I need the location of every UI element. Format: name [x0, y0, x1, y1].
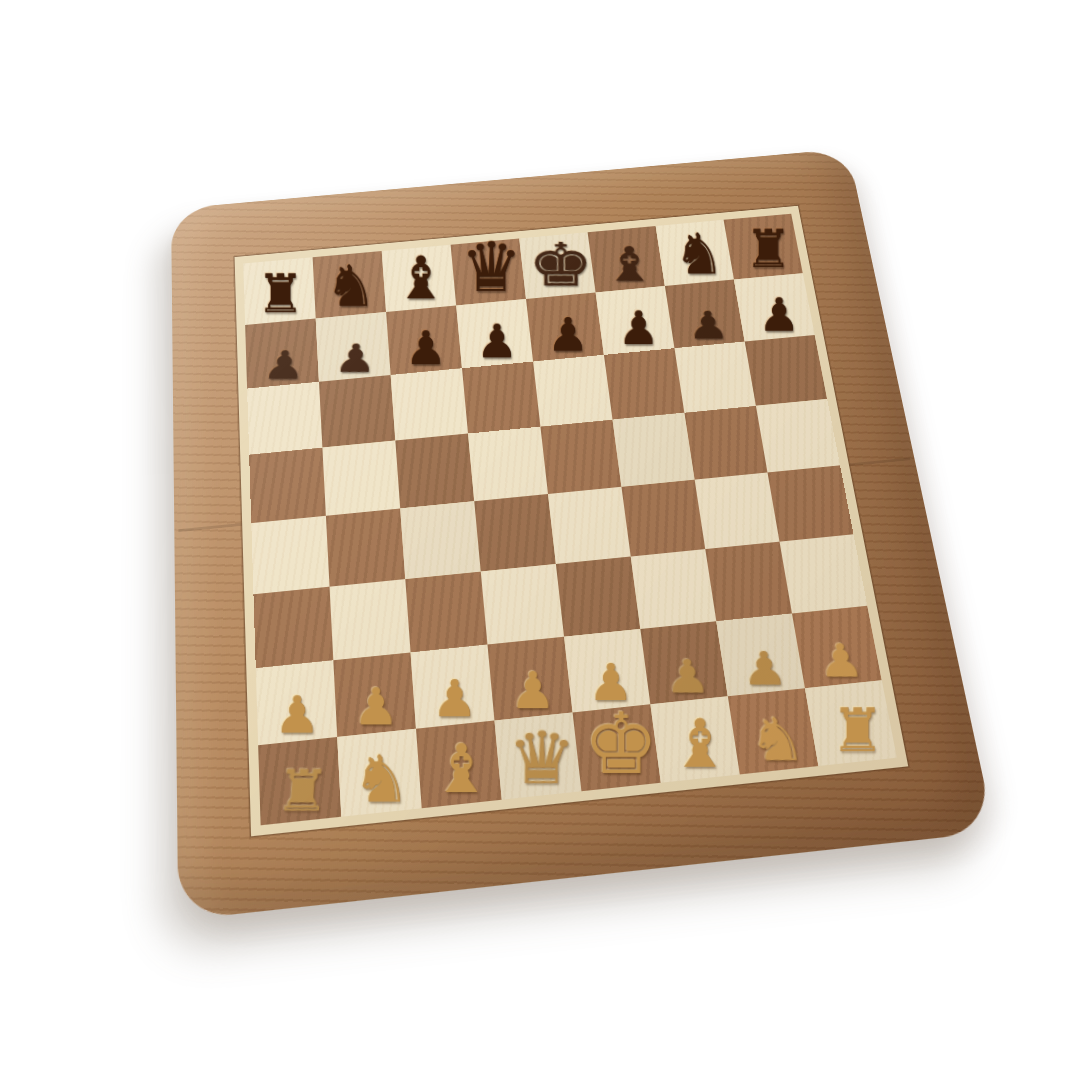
square-c8[interactable]: ♝ — [382, 245, 456, 312]
square-d8[interactable]: ♛ — [451, 238, 526, 305]
square-d1[interactable]: ♛ — [494, 712, 581, 799]
piece-black-king[interactable]: ♚ — [528, 235, 594, 295]
piece-black-pawn[interactable]: ♟ — [759, 291, 800, 337]
square-f6[interactable] — [604, 348, 684, 419]
square-d2[interactable]: ♟ — [487, 637, 572, 721]
square-h1[interactable]: ♜ — [805, 680, 897, 766]
square-a5[interactable] — [249, 448, 326, 524]
square-e8[interactable]: ♚ — [519, 232, 595, 299]
square-c1[interactable]: ♝ — [416, 721, 502, 809]
square-d4[interactable] — [474, 494, 556, 572]
square-f2[interactable]: ♟ — [640, 621, 727, 704]
piece-white-pawn[interactable]: ♟ — [817, 638, 866, 684]
square-b8[interactable]: ♞ — [313, 251, 386, 318]
square-h7[interactable]: ♟ — [734, 273, 815, 341]
piece-black-pawn[interactable]: ♟ — [618, 305, 659, 351]
piece-black-queen[interactable]: ♛ — [460, 233, 521, 301]
square-g3[interactable] — [705, 542, 792, 622]
square-e5[interactable] — [540, 420, 621, 494]
board-grid: ♜♞♝♛♚♝♞♜♟♟♟♟♟♟♟♟♟♟♟♟♟♟♟♟♜♞♝♛♚♝♞♜ — [243, 214, 897, 826]
piece-black-knight[interactable]: ♞ — [325, 257, 376, 314]
piece-white-knight[interactable]: ♞ — [747, 710, 808, 770]
square-g5[interactable] — [684, 406, 767, 480]
square-c4[interactable] — [400, 501, 481, 579]
square-d7[interactable]: ♟ — [456, 299, 533, 368]
square-g2[interactable]: ♟ — [716, 614, 805, 697]
square-e7[interactable]: ♟ — [526, 292, 604, 361]
square-e4[interactable] — [548, 487, 631, 564]
piece-white-rook[interactable]: ♜ — [831, 701, 885, 761]
square-g7[interactable]: ♟ — [665, 280, 745, 349]
piece-white-knight[interactable]: ♞ — [352, 746, 410, 811]
photo-background: ♜♞♝♛♚♝♞♜♟♟♟♟♟♟♟♟♟♟♟♟♟♟♟♟♜♞♝♛♚♝♞♜ — [0, 0, 1080, 1080]
square-h8[interactable]: ♜ — [724, 214, 803, 280]
piece-white-bishop[interactable]: ♝ — [432, 736, 492, 803]
board-border-strip: ♜♞♝♛♚♝♞♜♟♟♟♟♟♟♟♟♟♟♟♟♟♟♟♟♜♞♝♛♚♝♞♜ — [235, 206, 909, 837]
piece-black-bishop[interactable]: ♝ — [395, 249, 448, 308]
square-b3[interactable] — [330, 579, 411, 660]
square-h2[interactable]: ♟ — [792, 606, 882, 688]
square-h6[interactable] — [745, 335, 827, 406]
piece-white-pawn[interactable]: ♟ — [275, 689, 321, 740]
square-a8[interactable]: ♜ — [243, 257, 316, 325]
piece-white-bishop[interactable]: ♝ — [670, 711, 730, 778]
square-h5[interactable] — [756, 399, 840, 473]
piece-white-pawn[interactable]: ♟ — [665, 653, 712, 699]
square-e6[interactable] — [533, 355, 612, 427]
square-h3[interactable] — [780, 534, 868, 613]
square-f8[interactable]: ♝ — [588, 226, 665, 292]
square-e3[interactable] — [556, 557, 640, 637]
square-e1[interactable]: ♚ — [573, 704, 661, 791]
piece-white-pawn[interactable]: ♟ — [354, 681, 400, 732]
square-a4[interactable] — [251, 516, 329, 594]
square-g8[interactable]: ♞ — [656, 220, 734, 286]
piece-black-bishop[interactable]: ♝ — [603, 241, 656, 288]
square-f7[interactable]: ♟ — [596, 286, 675, 355]
square-a1[interactable]: ♜ — [258, 737, 341, 825]
square-c7[interactable]: ♟ — [386, 305, 462, 375]
piece-white-queen[interactable]: ♛ — [507, 722, 577, 794]
piece-black-rook[interactable]: ♜ — [257, 268, 305, 321]
piece-white-rook[interactable]: ♜ — [274, 763, 332, 820]
square-a6[interactable] — [247, 382, 322, 455]
piece-black-pawn[interactable]: ♟ — [262, 345, 306, 384]
piece-black-pawn[interactable]: ♟ — [548, 311, 589, 357]
square-c6[interactable] — [391, 368, 468, 440]
piece-black-pawn[interactable]: ♟ — [334, 339, 378, 378]
square-d6[interactable] — [462, 362, 540, 434]
square-g1[interactable]: ♞ — [728, 688, 819, 774]
piece-black-pawn[interactable]: ♟ — [477, 318, 518, 364]
square-b5[interactable] — [322, 441, 400, 516]
square-d5[interactable] — [468, 427, 548, 502]
square-g6[interactable] — [674, 342, 755, 413]
square-c5[interactable] — [395, 434, 474, 509]
chess-board: ♜♞♝♛♚♝♞♜♟♟♟♟♟♟♟♟♟♟♟♟♟♟♟♟♜♞♝♛♚♝♞♜ — [171, 148, 995, 920]
square-b7[interactable]: ♟ — [316, 312, 391, 382]
square-b1[interactable]: ♞ — [337, 729, 421, 817]
square-d3[interactable] — [481, 564, 564, 645]
square-h4[interactable] — [767, 465, 853, 541]
piece-black-pawn[interactable]: ♟ — [687, 306, 730, 344]
piece-white-pawn[interactable]: ♟ — [511, 665, 557, 716]
piece-white-king[interactable]: ♚ — [583, 702, 659, 786]
piece-black-rook[interactable]: ♜ — [745, 223, 792, 276]
piece-black-knight[interactable]: ♞ — [674, 225, 725, 282]
square-f4[interactable] — [621, 480, 705, 557]
piece-white-pawn[interactable]: ♟ — [432, 673, 478, 724]
square-c3[interactable] — [405, 572, 487, 653]
square-b4[interactable] — [326, 509, 405, 587]
square-f5[interactable] — [613, 413, 695, 487]
board-scene: ♜♞♝♛♚♝♞♜♟♟♟♟♟♟♟♟♟♟♟♟♟♟♟♟♜♞♝♛♚♝♞♜ — [0, 0, 1080, 1080]
square-f1[interactable]: ♝ — [650, 696, 739, 782]
square-f3[interactable] — [631, 549, 717, 629]
square-c2[interactable]: ♟ — [411, 645, 495, 729]
piece-black-pawn[interactable]: ♟ — [405, 324, 447, 370]
square-g4[interactable] — [695, 472, 780, 549]
square-b2[interactable]: ♟ — [333, 652, 416, 737]
square-a2[interactable]: ♟ — [256, 660, 337, 745]
square-a3[interactable] — [253, 587, 333, 669]
piece-white-pawn[interactable]: ♟ — [741, 645, 789, 691]
square-a7[interactable]: ♟ — [245, 318, 319, 388]
square-b6[interactable] — [319, 375, 395, 448]
